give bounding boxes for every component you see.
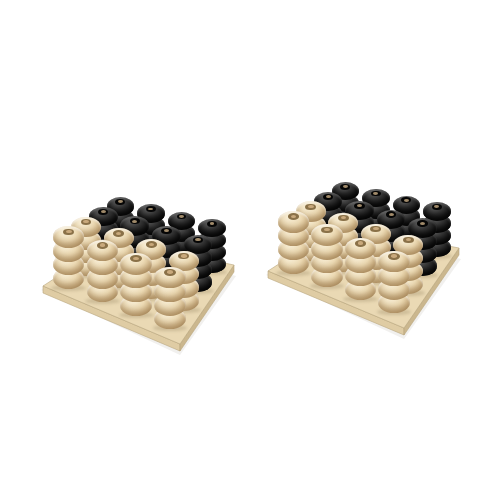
natural-bead [278, 211, 310, 232]
peg-hole [354, 203, 364, 209]
peg-hole [207, 221, 217, 227]
peg-hole [193, 237, 203, 243]
peg-hole [130, 218, 140, 224]
peg-top-dot [210, 222, 215, 225]
board-left-peg-stack-r4c3-natural [120, 253, 152, 320]
peg-top-dot [149, 243, 154, 246]
peg-hole [323, 194, 333, 200]
peg-top-dot [358, 241, 364, 244]
peg-top-dot [101, 210, 106, 213]
peg-top-dot [116, 232, 121, 235]
peg-top-dot [343, 185, 348, 188]
peg-top-dot [148, 208, 153, 211]
peg-hole [370, 226, 381, 233]
board-left-peg-stack-r4c1-natural [53, 226, 85, 293]
peg-hole [63, 229, 74, 236]
peg-hole [178, 253, 189, 260]
peg-hole [97, 242, 108, 249]
peg-top-dot [373, 227, 378, 230]
peg-hole [98, 209, 108, 215]
peg-hole [81, 219, 92, 226]
peg-hole [115, 199, 125, 205]
peg-top-dot [118, 200, 123, 203]
board-left-peg-stack-r4c4-natural [154, 267, 186, 334]
peg-top-dot [133, 257, 139, 260]
peg-hole [164, 269, 175, 276]
peg-top-dot [132, 220, 137, 223]
product-photo-canvas [0, 0, 500, 500]
board-right-peg-stack-r4c3-natural [345, 238, 377, 305]
peg-top-dot [83, 220, 88, 223]
peg-top-dot [195, 238, 200, 241]
peg-hole [177, 214, 187, 220]
peg-top-dot [167, 270, 173, 273]
peg-hole [321, 227, 332, 234]
natural-bead [120, 253, 152, 274]
peg-top-dot [324, 228, 330, 231]
natural-bead [154, 267, 186, 288]
natural-bead [311, 224, 343, 245]
peg-top-dot [179, 215, 184, 218]
peg-top-dot [341, 216, 346, 219]
natural-bead [53, 226, 85, 247]
peg-hole [305, 204, 316, 211]
peg-hole [113, 230, 124, 237]
peg-hole [161, 228, 171, 234]
peg-top-dot [357, 204, 362, 207]
peg-hole [338, 215, 349, 222]
peg-top-dot [66, 230, 72, 233]
peg-top-dot [308, 205, 313, 208]
peg-top-dot [391, 254, 397, 257]
board-right-peg-stack-r4c4-natural [378, 251, 410, 318]
peg-top-dot [434, 205, 439, 208]
peg-top-dot [326, 195, 331, 198]
peg-hole [146, 206, 156, 212]
peg-top-dot [181, 254, 186, 257]
peg-top-dot [100, 243, 106, 246]
board-left-peg-stack-r4c2-natural [87, 240, 119, 307]
peg-hole [355, 240, 366, 247]
peg-hole [388, 253, 399, 260]
peg-hole [288, 213, 299, 220]
peg-hole [130, 255, 141, 262]
peg-hole [386, 211, 396, 217]
peg-top-dot [389, 213, 394, 216]
board-right-peg-stack-r4c2-natural [311, 224, 343, 291]
natural-bead [378, 251, 410, 272]
peg-hole [432, 204, 442, 210]
peg-hole [340, 184, 350, 190]
peg-hole [146, 241, 157, 248]
peg-hole [401, 197, 411, 203]
natural-bead [345, 238, 377, 259]
board-right-peg-stack-r4c1-natural [278, 211, 310, 278]
peg-hole [417, 220, 427, 226]
peg-top-dot [404, 199, 409, 202]
peg-top-dot [164, 229, 169, 232]
peg-top-dot [420, 222, 425, 225]
peg-hole [371, 191, 381, 197]
peg-hole [403, 237, 414, 244]
peg-top-dot [291, 215, 297, 218]
peg-top-dot [373, 192, 378, 195]
peg-top-dot [406, 238, 411, 241]
